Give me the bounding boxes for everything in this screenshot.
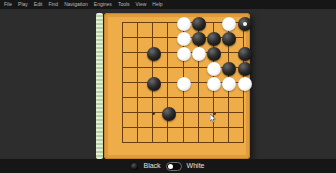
stone-black[interactable] — [207, 32, 221, 46]
stone-white[interactable] — [207, 62, 221, 76]
stone-white[interactable] — [177, 47, 191, 61]
last-move-marker — [243, 22, 247, 26]
stone-black[interactable] — [147, 77, 161, 91]
menu-item-file[interactable]: File — [4, 0, 12, 9]
menu-item-view[interactable]: View — [136, 0, 147, 9]
stone-black[interactable] — [162, 107, 176, 121]
stone-black[interactable] — [238, 47, 252, 61]
stone-black[interactable] — [238, 17, 252, 31]
stone-white[interactable] — [177, 17, 191, 31]
white-player-label: White — [187, 159, 205, 173]
stone-black[interactable] — [207, 47, 221, 61]
menu-item-find[interactable]: Find — [48, 0, 58, 9]
stone-white[interactable] — [207, 77, 221, 91]
stone-black[interactable] — [222, 62, 236, 76]
stone-black[interactable] — [192, 32, 206, 46]
menu-bar: FilePlayEditFindNavigationEnginesToolsVi… — [0, 0, 336, 9]
menu-item-edit[interactable]: Edit — [34, 0, 43, 9]
go-board[interactable] — [104, 13, 250, 159]
star-point — [152, 112, 155, 115]
menu-item-navigation[interactable]: Navigation — [64, 0, 88, 9]
black-player-label: Black — [143, 159, 160, 173]
mouse-cursor-icon — [210, 114, 216, 123]
stone-white[interactable] — [177, 32, 191, 46]
menu-item-help[interactable]: Help — [152, 0, 162, 9]
stone-black[interactable] — [222, 32, 236, 46]
black-stone-icon — [131, 163, 138, 170]
toggle-knob[interactable] — [168, 164, 173, 169]
menu-item-tools[interactable]: Tools — [118, 0, 130, 9]
player-bar: Black White — [0, 159, 336, 173]
board-edge-texture — [96, 13, 103, 159]
stone-black[interactable] — [147, 47, 161, 61]
stone-white[interactable] — [222, 17, 236, 31]
stone-black[interactable] — [192, 17, 206, 31]
stone-white[interactable] — [238, 77, 252, 91]
board-grid[interactable] — [122, 22, 244, 143]
stone-white[interactable] — [222, 77, 236, 91]
menu-item-engines[interactable]: Engines — [94, 0, 112, 9]
menu-item-play[interactable]: Play — [18, 0, 28, 9]
stone-black[interactable] — [238, 62, 252, 76]
app-window: FilePlayEditFindNavigationEnginesToolsVi… — [0, 0, 336, 173]
stone-white[interactable] — [177, 77, 191, 91]
stone-white[interactable] — [192, 47, 206, 61]
player-turn-toggle[interactable] — [166, 162, 182, 171]
